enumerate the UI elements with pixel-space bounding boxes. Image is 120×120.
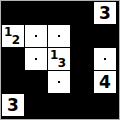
clue-number: 3: [99, 4, 111, 22]
cell-r1c4[interactable]: [94, 25, 116, 47]
cell-r0c0[interactable]: [2, 2, 24, 24]
cell-r1c2[interactable]: [48, 25, 70, 47]
cell-r0c2[interactable]: [48, 2, 70, 24]
cell-r1c1[interactable]: [25, 25, 47, 47]
cell-r1c3[interactable]: [71, 25, 93, 47]
cell-r4c2[interactable]: [48, 94, 70, 116]
cell-r2c2[interactable]: 1 3: [48, 48, 70, 70]
cell-r3c4[interactable]: 4: [94, 71, 116, 93]
cell-r3c3[interactable]: [71, 71, 93, 93]
cell-r1c0[interactable]: 1 2: [2, 25, 24, 47]
empty-dot-mark: [58, 35, 60, 37]
empty-dot-mark: [35, 58, 37, 60]
clue-number-bottom-right: 3: [58, 57, 66, 69]
cell-r0c4[interactable]: 3: [94, 2, 116, 24]
clue-number: 4: [99, 73, 111, 91]
cell-r2c1[interactable]: [25, 48, 47, 70]
cell-r2c3[interactable]: [71, 48, 93, 70]
cell-r0c3[interactable]: [71, 2, 93, 24]
empty-dot-mark: [104, 58, 106, 60]
cell-r3c0[interactable]: [2, 71, 24, 93]
cell-r3c2[interactable]: [48, 71, 70, 93]
cell-r4c0[interactable]: 3: [2, 94, 24, 116]
cell-r2c4[interactable]: [94, 48, 116, 70]
empty-dot-mark: [58, 81, 60, 83]
cell-r4c4[interactable]: [94, 94, 116, 116]
cell-r4c1[interactable]: [25, 94, 47, 116]
empty-dot-mark: [35, 35, 37, 37]
cell-r4c3[interactable]: [71, 94, 93, 116]
cell-r0c1[interactable]: [25, 2, 47, 24]
tapa-puzzle-canvas: 3 1 2 1 3: [0, 0, 120, 120]
clue-number-bottom-right: 2: [12, 34, 20, 46]
cell-r3c1[interactable]: [25, 71, 47, 93]
clue-number: 3: [7, 96, 19, 114]
tapa-board: 3 1 2 1 3: [2, 2, 118, 116]
cell-r2c0[interactable]: [2, 48, 24, 70]
